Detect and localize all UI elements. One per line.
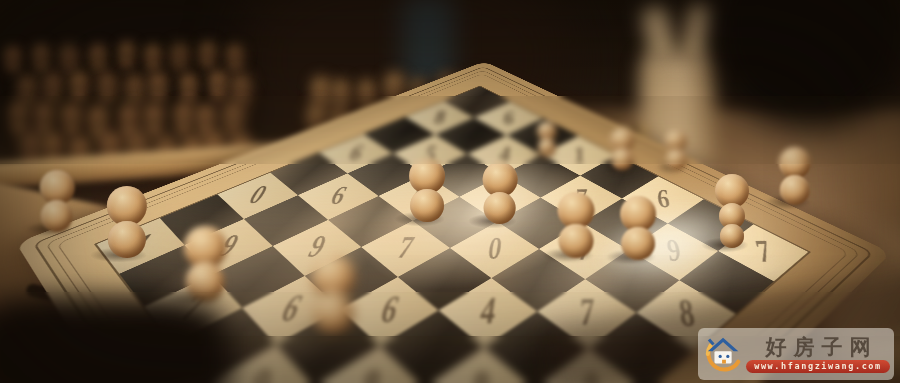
wooden-pawn: [537, 121, 557, 157]
wooden-pawn: [40, 170, 75, 232]
watermark-text-block: 好房子网 www.hfangziwang.com: [746, 335, 890, 372]
board-game-photo: 10689656790467519607847608796087 好房子网 ww…: [0, 0, 900, 383]
wooden-pawn: [483, 162, 518, 224]
pawn-ball: [666, 149, 687, 170]
pieces-layer: [0, 0, 900, 383]
pawn-ball: [41, 200, 73, 232]
wooden-pawn: [715, 174, 749, 248]
pawn-ball: [484, 192, 516, 224]
pawn-ball: [312, 292, 354, 334]
wooden-pawn: [620, 196, 656, 260]
house-logo-icon: [702, 333, 746, 375]
pawn-ball: [621, 227, 654, 260]
wooden-pawn: [184, 226, 227, 302]
watermark-url-banner: www.hfangziwang.com: [746, 360, 890, 373]
wooden-pawn: [779, 147, 811, 205]
pawn-ball: [720, 224, 744, 248]
wooden-pawn: [311, 254, 356, 334]
wooden-pawn: [409, 158, 445, 222]
watermark-site-name: 好房子网: [759, 335, 878, 358]
watermark: 好房子网 www.hfangziwang.com: [698, 328, 894, 380]
pawn-ball: [780, 175, 810, 205]
pawn-ball: [410, 189, 443, 222]
pawn-ball: [108, 221, 145, 258]
wooden-pawn: [107, 186, 147, 258]
pawn-ball: [538, 138, 557, 157]
pawn-ball: [185, 262, 225, 302]
wooden-pawn: [610, 128, 634, 170]
pawn-ball: [559, 224, 593, 258]
wooden-pawn: [665, 130, 687, 170]
pawn-ball: [611, 148, 633, 170]
wooden-pawn: [558, 192, 595, 258]
